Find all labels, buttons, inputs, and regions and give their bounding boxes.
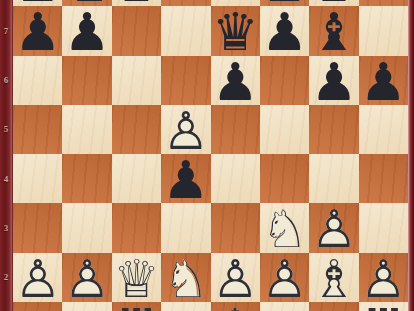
white-rook: ♜♖ xyxy=(112,302,161,311)
rank-label-7: 7 xyxy=(0,26,12,35)
square-e1[interactable]: ♚♔ xyxy=(211,302,260,311)
square-b1[interactable] xyxy=(62,302,111,311)
black-pawn: ♟ xyxy=(161,154,210,203)
black-pawn: ♟ xyxy=(13,6,62,55)
white-pawn: ♟♙ xyxy=(161,105,210,154)
black-queen: ♛ xyxy=(211,6,260,55)
square-g6[interactable]: ♟ xyxy=(309,56,358,105)
square-f1[interactable] xyxy=(260,302,309,311)
square-c4[interactable] xyxy=(112,154,161,203)
square-c2[interactable]: ♛♕ xyxy=(112,253,161,302)
chess-diagram: ♜♞♝♜♚♟♟♛♟♝♟♟♟♟♙♟♞♘♟♙♟♙♟♙♛♕♞♘♟♙♟♙♝♗♟♙♜♖♚♔… xyxy=(0,0,414,311)
square-g5[interactable] xyxy=(309,105,358,154)
square-a4[interactable] xyxy=(13,154,62,203)
black-pawn: ♟ xyxy=(309,56,358,105)
square-d4[interactable]: ♟ xyxy=(161,154,210,203)
rank-label-5: 5 xyxy=(0,125,12,134)
square-h2[interactable]: ♟♙ xyxy=(359,253,408,302)
black-bishop: ♝ xyxy=(309,6,358,55)
square-d6[interactable] xyxy=(161,56,210,105)
white-bishop: ♝♗ xyxy=(309,253,358,302)
square-d3[interactable] xyxy=(161,203,210,252)
square-f7[interactable]: ♟ xyxy=(260,6,309,55)
white-queen: ♛♕ xyxy=(112,253,161,302)
square-c7[interactable] xyxy=(112,6,161,55)
white-rook: ♜♖ xyxy=(359,302,408,311)
square-f3[interactable]: ♞♘ xyxy=(260,203,309,252)
square-e5[interactable] xyxy=(211,105,260,154)
square-a7[interactable]: ♟ xyxy=(13,6,62,55)
square-b7[interactable]: ♟ xyxy=(62,6,111,55)
square-c6[interactable] xyxy=(112,56,161,105)
square-b6[interactable] xyxy=(62,56,111,105)
square-h7[interactable] xyxy=(359,6,408,55)
white-pawn: ♟♙ xyxy=(359,253,408,302)
square-g4[interactable] xyxy=(309,154,358,203)
square-h1[interactable]: ♜♖ xyxy=(359,302,408,311)
square-f2[interactable]: ♟♙ xyxy=(260,253,309,302)
square-h6[interactable]: ♟ xyxy=(359,56,408,105)
square-g7[interactable]: ♝ xyxy=(309,6,358,55)
white-pawn: ♟♙ xyxy=(13,253,62,302)
square-e4[interactable] xyxy=(211,154,260,203)
square-g3[interactable]: ♟♙ xyxy=(309,203,358,252)
square-e6[interactable]: ♟ xyxy=(211,56,260,105)
rank-label-4: 4 xyxy=(0,174,12,183)
square-a5[interactable] xyxy=(13,105,62,154)
square-g1[interactable] xyxy=(309,302,358,311)
square-f4[interactable] xyxy=(260,154,309,203)
square-c3[interactable] xyxy=(112,203,161,252)
square-d1[interactable] xyxy=(161,302,210,311)
white-knight: ♞♘ xyxy=(161,253,210,302)
square-a6[interactable] xyxy=(13,56,62,105)
square-c5[interactable] xyxy=(112,105,161,154)
square-b5[interactable] xyxy=(62,105,111,154)
square-e3[interactable] xyxy=(211,203,260,252)
square-f5[interactable] xyxy=(260,105,309,154)
square-c1[interactable]: ♜♖ xyxy=(112,302,161,311)
square-d2[interactable]: ♞♘ xyxy=(161,253,210,302)
board-frame-left: 765432 xyxy=(0,0,13,311)
black-pawn: ♟ xyxy=(260,6,309,55)
square-e2[interactable]: ♟♙ xyxy=(211,253,260,302)
black-pawn: ♟ xyxy=(211,56,260,105)
rank-label-2: 2 xyxy=(0,273,12,282)
square-a3[interactable] xyxy=(13,203,62,252)
white-pawn: ♟♙ xyxy=(309,203,358,252)
square-f6[interactable] xyxy=(260,56,309,105)
square-e7[interactable]: ♛ xyxy=(211,6,260,55)
white-knight: ♞♘ xyxy=(260,203,309,252)
square-b3[interactable] xyxy=(62,203,111,252)
board-frame-right xyxy=(408,0,414,311)
square-d7[interactable] xyxy=(161,6,210,55)
square-a1[interactable] xyxy=(13,302,62,311)
rank-label-3: 3 xyxy=(0,223,12,232)
square-h4[interactable] xyxy=(359,154,408,203)
square-h5[interactable] xyxy=(359,105,408,154)
square-a2[interactable]: ♟♙ xyxy=(13,253,62,302)
white-pawn: ♟♙ xyxy=(260,253,309,302)
square-h3[interactable] xyxy=(359,203,408,252)
white-king: ♚♔ xyxy=(211,302,260,311)
black-pawn: ♟ xyxy=(62,6,111,55)
rank-label-6: 6 xyxy=(0,76,12,85)
square-b2[interactable]: ♟♙ xyxy=(62,253,111,302)
white-pawn: ♟♙ xyxy=(62,253,111,302)
chess-board: ♜♞♝♜♚♟♟♛♟♝♟♟♟♟♙♟♞♘♟♙♟♙♟♙♛♕♞♘♟♙♟♙♝♗♟♙♜♖♚♔… xyxy=(13,0,408,311)
white-pawn: ♟♙ xyxy=(211,253,260,302)
square-g2[interactable]: ♝♗ xyxy=(309,253,358,302)
square-b4[interactable] xyxy=(62,154,111,203)
square-d5[interactable]: ♟♙ xyxy=(161,105,210,154)
black-pawn: ♟ xyxy=(359,56,408,105)
